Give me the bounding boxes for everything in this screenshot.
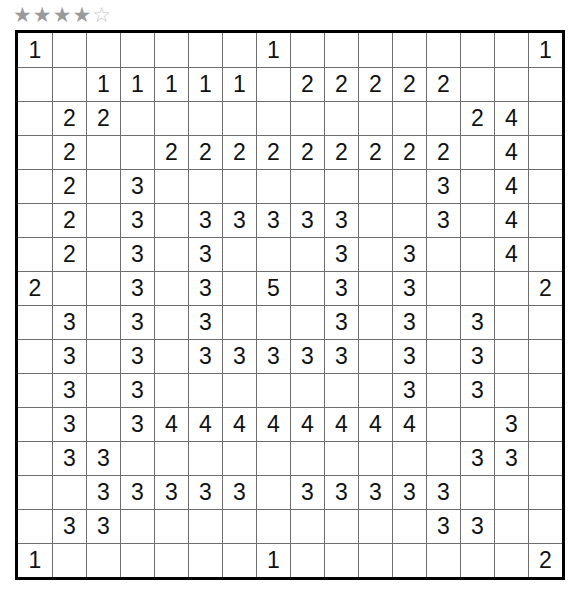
cell-r7c7[interactable]: [222, 237, 256, 271]
cell-r14c10[interactable]: 3: [324, 475, 358, 509]
cell-r6c15[interactable]: 4: [494, 203, 528, 237]
cell-r4c5[interactable]: 2: [154, 135, 188, 169]
cell-r9c15[interactable]: [494, 305, 528, 339]
cell-r16c2[interactable]: [52, 543, 86, 577]
cell-r10c12[interactable]: 3: [392, 339, 426, 373]
cell-r11c1[interactable]: [18, 373, 52, 407]
cell-r1c6[interactable]: [188, 33, 222, 67]
cell-r3c11[interactable]: [358, 101, 392, 135]
cell-r10c10[interactable]: 3: [324, 339, 358, 373]
cell-r3c1[interactable]: [18, 101, 52, 135]
cell-r16c9[interactable]: [290, 543, 324, 577]
cell-r6c5[interactable]: [154, 203, 188, 237]
cell-r9c2[interactable]: 3: [52, 305, 86, 339]
cell-r15c11[interactable]: [358, 509, 392, 543]
cell-r10c4[interactable]: 3: [120, 339, 154, 373]
cell-r1c9[interactable]: [290, 33, 324, 67]
cell-r15c1[interactable]: [18, 509, 52, 543]
cell-r6c4[interactable]: 3: [120, 203, 154, 237]
cell-r10c5[interactable]: [154, 339, 188, 373]
cell-r5c7[interactable]: [222, 169, 256, 203]
cell-r13c6[interactable]: [188, 441, 222, 475]
cell-r5c2[interactable]: 2: [52, 169, 86, 203]
cell-r4c11[interactable]: 2: [358, 135, 392, 169]
cell-r10c11[interactable]: [358, 339, 392, 373]
cell-r14c6[interactable]: 3: [188, 475, 222, 509]
puzzle-grid: 1111111122222222422222222224233423333333…: [15, 30, 565, 580]
cell-r8c13[interactable]: [426, 271, 460, 305]
cell-r15c15[interactable]: [494, 509, 528, 543]
cell-r9c12[interactable]: 3: [392, 305, 426, 339]
cell-r7c4[interactable]: 3: [120, 237, 154, 271]
cell-r6c1[interactable]: [18, 203, 52, 237]
cell-r12c16[interactable]: [528, 407, 562, 441]
cell-r10c2[interactable]: 3: [52, 339, 86, 373]
cell-r10c7[interactable]: 3: [222, 339, 256, 373]
cell-r7c3[interactable]: [86, 237, 120, 271]
cell-r15c8[interactable]: [256, 509, 290, 543]
cell-r11c2[interactable]: 3: [52, 373, 86, 407]
cell-r2c11[interactable]: 2: [358, 67, 392, 101]
cell-r5c11[interactable]: [358, 169, 392, 203]
cell-r15c9[interactable]: [290, 509, 324, 543]
cell-r12c7[interactable]: 4: [222, 407, 256, 441]
cell-r9c8[interactable]: [256, 305, 290, 339]
cell-r14c9[interactable]: 3: [290, 475, 324, 509]
cell-r13c2[interactable]: 3: [52, 441, 86, 475]
cell-r11c16[interactable]: [528, 373, 562, 407]
cell-r5c6[interactable]: [188, 169, 222, 203]
cell-r2c16[interactable]: [528, 67, 562, 101]
cell-r13c10[interactable]: [324, 441, 358, 475]
cell-r11c6[interactable]: [188, 373, 222, 407]
cell-r1c11[interactable]: [358, 33, 392, 67]
cell-r4c15[interactable]: 4: [494, 135, 528, 169]
cell-r3c6[interactable]: [188, 101, 222, 135]
cell-r11c11[interactable]: [358, 373, 392, 407]
cell-r8c7[interactable]: [222, 271, 256, 305]
cell-r6c16[interactable]: [528, 203, 562, 237]
cell-r7c15[interactable]: 4: [494, 237, 528, 271]
cell-r11c8[interactable]: [256, 373, 290, 407]
cell-r3c10[interactable]: [324, 101, 358, 135]
cell-r1c10[interactable]: [324, 33, 358, 67]
cell-r6c8[interactable]: 3: [256, 203, 290, 237]
cell-r5c4[interactable]: 3: [120, 169, 154, 203]
cell-r9c9[interactable]: [290, 305, 324, 339]
cell-r10c16[interactable]: [528, 339, 562, 373]
cell-r16c14[interactable]: [460, 543, 494, 577]
cell-r6c7[interactable]: 3: [222, 203, 256, 237]
cell-r13c13[interactable]: [426, 441, 460, 475]
cell-r11c7[interactable]: [222, 373, 256, 407]
cell-r8c9[interactable]: [290, 271, 324, 305]
cell-r3c7[interactable]: [222, 101, 256, 135]
cell-r14c14[interactable]: [460, 475, 494, 509]
cell-r5c8[interactable]: [256, 169, 290, 203]
cell-r14c1[interactable]: [18, 475, 52, 509]
cell-r4c9[interactable]: 2: [290, 135, 324, 169]
cell-r9c11[interactable]: [358, 305, 392, 339]
cell-r12c3[interactable]: [86, 407, 120, 441]
cell-r10c13[interactable]: [426, 339, 460, 373]
cell-r5c5[interactable]: [154, 169, 188, 203]
cell-r11c15[interactable]: [494, 373, 528, 407]
cell-r4c2[interactable]: 2: [52, 135, 86, 169]
cell-r2c1[interactable]: [18, 67, 52, 101]
cell-r10c6[interactable]: 3: [188, 339, 222, 373]
cell-r2c5[interactable]: 1: [154, 67, 188, 101]
cell-r7c11[interactable]: [358, 237, 392, 271]
cell-r3c2[interactable]: 2: [52, 101, 86, 135]
cell-r13c16[interactable]: [528, 441, 562, 475]
cell-r1c5[interactable]: [154, 33, 188, 67]
cell-r5c14[interactable]: [460, 169, 494, 203]
cell-r14c3[interactable]: 3: [86, 475, 120, 509]
cell-r2c12[interactable]: 2: [392, 67, 426, 101]
cell-r6c9[interactable]: 3: [290, 203, 324, 237]
cell-r13c14[interactable]: 3: [460, 441, 494, 475]
cell-r7c10[interactable]: 3: [324, 237, 358, 271]
cell-r9c16[interactable]: [528, 305, 562, 339]
cell-r8c15[interactable]: [494, 271, 528, 305]
cell-r7c2[interactable]: 2: [52, 237, 86, 271]
cell-r6c3[interactable]: [86, 203, 120, 237]
cell-r10c15[interactable]: [494, 339, 528, 373]
cell-r15c5[interactable]: [154, 509, 188, 543]
cell-r3c9[interactable]: [290, 101, 324, 135]
cell-r12c15[interactable]: 3: [494, 407, 528, 441]
cell-r8c2[interactable]: [52, 271, 86, 305]
cell-r9c6[interactable]: 3: [188, 305, 222, 339]
cell-r2c10[interactable]: 2: [324, 67, 358, 101]
cell-r5c12[interactable]: [392, 169, 426, 203]
cell-r11c9[interactable]: [290, 373, 324, 407]
cell-r14c8[interactable]: [256, 475, 290, 509]
cell-r16c3[interactable]: [86, 543, 120, 577]
cell-r8c10[interactable]: 3: [324, 271, 358, 305]
cell-r1c2[interactable]: [52, 33, 86, 67]
cell-r10c14[interactable]: 3: [460, 339, 494, 373]
star-icon-1: ★: [13, 4, 33, 25]
cell-r11c12[interactable]: 3: [392, 373, 426, 407]
cell-r3c12[interactable]: [392, 101, 426, 135]
cell-r12c6[interactable]: 4: [188, 407, 222, 441]
cell-r5c3[interactable]: [86, 169, 120, 203]
cell-r12c1[interactable]: [18, 407, 52, 441]
cell-r8c16[interactable]: 2: [528, 271, 562, 305]
cell-r5c9[interactable]: [290, 169, 324, 203]
cell-r4c14[interactable]: [460, 135, 494, 169]
cell-r4c1[interactable]: [18, 135, 52, 169]
cell-r11c5[interactable]: [154, 373, 188, 407]
cell-r1c1[interactable]: 1: [18, 33, 52, 67]
cell-r7c5[interactable]: [154, 237, 188, 271]
cell-r1c15[interactable]: [494, 33, 528, 67]
cell-r8c5[interactable]: [154, 271, 188, 305]
star-icon-4: ★: [72, 4, 92, 25]
cell-r13c8[interactable]: [256, 441, 290, 475]
cell-r9c4[interactable]: 3: [120, 305, 154, 339]
cell-r2c7[interactable]: 1: [222, 67, 256, 101]
cell-r9c1[interactable]: [18, 305, 52, 339]
cell-r10c8[interactable]: 3: [256, 339, 290, 373]
cell-r9c14[interactable]: 3: [460, 305, 494, 339]
cell-r7c14[interactable]: [460, 237, 494, 271]
cell-r13c9[interactable]: [290, 441, 324, 475]
cell-r10c9[interactable]: 3: [290, 339, 324, 373]
cell-r2c8[interactable]: [256, 67, 290, 101]
star-icon-2: ★: [33, 4, 53, 25]
cell-r8c6[interactable]: 3: [188, 271, 222, 305]
cell-r16c15[interactable]: [494, 543, 528, 577]
cell-r12c12[interactable]: 4: [392, 407, 426, 441]
cell-r2c2[interactable]: [52, 67, 86, 101]
cell-r3c14[interactable]: 2: [460, 101, 494, 135]
cell-r13c1[interactable]: [18, 441, 52, 475]
star-icon-3: ★: [53, 4, 73, 25]
cell-r16c11[interactable]: [358, 543, 392, 577]
cell-r16c1[interactable]: 1: [18, 543, 52, 577]
cell-r4c16[interactable]: [528, 135, 562, 169]
cell-r9c3[interactable]: [86, 305, 120, 339]
cell-r2c3[interactable]: 1: [86, 67, 120, 101]
cell-r16c4[interactable]: [120, 543, 154, 577]
cell-r16c7[interactable]: [222, 543, 256, 577]
cell-r16c12[interactable]: [392, 543, 426, 577]
cell-r15c13[interactable]: 3: [426, 509, 460, 543]
cell-r6c6[interactable]: 3: [188, 203, 222, 237]
cell-r8c12[interactable]: 3: [392, 271, 426, 305]
cell-r14c12[interactable]: 3: [392, 475, 426, 509]
cell-r2c9[interactable]: 2: [290, 67, 324, 101]
cell-r16c6[interactable]: [188, 543, 222, 577]
cell-r16c8[interactable]: 1: [256, 543, 290, 577]
cell-r14c2[interactable]: [52, 475, 86, 509]
cell-r4c8[interactable]: 2: [256, 135, 290, 169]
cell-r9c7[interactable]: [222, 305, 256, 339]
cell-r8c11[interactable]: [358, 271, 392, 305]
cell-r5c15[interactable]: 4: [494, 169, 528, 203]
cell-r7c9[interactable]: [290, 237, 324, 271]
cell-r12c13[interactable]: [426, 407, 460, 441]
cell-r9c10[interactable]: 3: [324, 305, 358, 339]
cell-r6c14[interactable]: [460, 203, 494, 237]
cell-r1c7[interactable]: [222, 33, 256, 67]
cell-r14c15[interactable]: [494, 475, 528, 509]
cell-r16c13[interactable]: [426, 543, 460, 577]
cell-r14c11[interactable]: 3: [358, 475, 392, 509]
cell-r12c5[interactable]: 4: [154, 407, 188, 441]
cell-r7c16[interactable]: [528, 237, 562, 271]
cell-r5c16[interactable]: [528, 169, 562, 203]
cell-r3c15[interactable]: 4: [494, 101, 528, 135]
cell-r3c5[interactable]: [154, 101, 188, 135]
cell-r4c12[interactable]: 2: [392, 135, 426, 169]
cell-r14c4[interactable]: 3: [120, 475, 154, 509]
cell-r7c12[interactable]: 3: [392, 237, 426, 271]
cell-r7c1[interactable]: [18, 237, 52, 271]
cell-r10c3[interactable]: [86, 339, 120, 373]
cell-r1c12[interactable]: [392, 33, 426, 67]
cell-r12c2[interactable]: 3: [52, 407, 86, 441]
cell-r8c3[interactable]: [86, 271, 120, 305]
cell-r11c14[interactable]: 3: [460, 373, 494, 407]
cell-r3c16[interactable]: [528, 101, 562, 135]
cell-r15c16[interactable]: [528, 509, 562, 543]
cell-r2c6[interactable]: 1: [188, 67, 222, 101]
cell-r4c7[interactable]: 2: [222, 135, 256, 169]
cell-r12c8[interactable]: 4: [256, 407, 290, 441]
cell-r3c13[interactable]: [426, 101, 460, 135]
cell-r12c10[interactable]: 4: [324, 407, 358, 441]
cell-r5c13[interactable]: 3: [426, 169, 460, 203]
cell-r5c1[interactable]: [18, 169, 52, 203]
cell-r4c10[interactable]: 2: [324, 135, 358, 169]
cell-r9c5[interactable]: [154, 305, 188, 339]
cell-r14c16[interactable]: [528, 475, 562, 509]
difficulty-stars: ★★★★☆: [13, 1, 112, 27]
cell-r13c7[interactable]: [222, 441, 256, 475]
cell-r6c10[interactable]: 3: [324, 203, 358, 237]
cell-r13c3[interactable]: 3: [86, 441, 120, 475]
cell-r2c13[interactable]: 2: [426, 67, 460, 101]
cell-r13c5[interactable]: [154, 441, 188, 475]
cell-r6c13[interactable]: 3: [426, 203, 460, 237]
cell-r1c13[interactable]: [426, 33, 460, 67]
cell-r16c16[interactable]: 2: [528, 543, 562, 577]
cell-r12c14[interactable]: [460, 407, 494, 441]
cell-r11c13[interactable]: [426, 373, 460, 407]
cell-r1c3[interactable]: [86, 33, 120, 67]
star-icon-5: ☆: [92, 4, 112, 25]
cell-r13c11[interactable]: [358, 441, 392, 475]
cell-r1c14[interactable]: [460, 33, 494, 67]
puzzle-page: ★★★★☆ 1111111122222222422222222224233423…: [0, 0, 577, 595]
cell-r7c13[interactable]: [426, 237, 460, 271]
cell-r15c2[interactable]: 3: [52, 509, 86, 543]
cell-r11c4[interactable]: 3: [120, 373, 154, 407]
cell-r2c14[interactable]: [460, 67, 494, 101]
cell-r15c14[interactable]: 3: [460, 509, 494, 543]
cell-r1c8[interactable]: 1: [256, 33, 290, 67]
cell-r6c12[interactable]: [392, 203, 426, 237]
cell-r14c13[interactable]: 3: [426, 475, 460, 509]
cell-r4c4[interactable]: [120, 135, 154, 169]
cell-r4c6[interactable]: 2: [188, 135, 222, 169]
cell-r12c4[interactable]: 3: [120, 407, 154, 441]
cell-r13c4[interactable]: [120, 441, 154, 475]
cell-r3c3[interactable]: 2: [86, 101, 120, 135]
cell-r8c14[interactable]: [460, 271, 494, 305]
cell-r15c3[interactable]: 3: [86, 509, 120, 543]
cell-r16c5[interactable]: [154, 543, 188, 577]
cell-r11c3[interactable]: [86, 373, 120, 407]
cell-r1c16[interactable]: 1: [528, 33, 562, 67]
cell-r15c12[interactable]: [392, 509, 426, 543]
cell-r8c1[interactable]: 2: [18, 271, 52, 305]
cell-r7c6[interactable]: 3: [188, 237, 222, 271]
cell-r3c8[interactable]: [256, 101, 290, 135]
cell-r4c13[interactable]: 2: [426, 135, 460, 169]
cell-r14c7[interactable]: 3: [222, 475, 256, 509]
cell-r3c4[interactable]: [120, 101, 154, 135]
cell-r10c1[interactable]: [18, 339, 52, 373]
cell-r15c4[interactable]: [120, 509, 154, 543]
cell-r16c10[interactable]: [324, 543, 358, 577]
cell-r6c2[interactable]: 2: [52, 203, 86, 237]
cell-r8c8[interactable]: 5: [256, 271, 290, 305]
cell-r9c13[interactable]: [426, 305, 460, 339]
cell-r13c12[interactable]: [392, 441, 426, 475]
cell-r15c6[interactable]: [188, 509, 222, 543]
cell-r12c11[interactable]: 4: [358, 407, 392, 441]
cell-r15c10[interactable]: [324, 509, 358, 543]
cell-r1c4[interactable]: [120, 33, 154, 67]
cell-r15c7[interactable]: [222, 509, 256, 543]
cell-r2c4[interactable]: 1: [120, 67, 154, 101]
cell-r11c10[interactable]: [324, 373, 358, 407]
cell-r5c10[interactable]: [324, 169, 358, 203]
cell-r2c15[interactable]: [494, 67, 528, 101]
cell-r14c5[interactable]: 3: [154, 475, 188, 509]
cell-r13c15[interactable]: 3: [494, 441, 528, 475]
cell-r6c11[interactable]: [358, 203, 392, 237]
cell-r12c9[interactable]: 4: [290, 407, 324, 441]
cell-r8c4[interactable]: 3: [120, 271, 154, 305]
cell-r4c3[interactable]: [86, 135, 120, 169]
cell-r7c8[interactable]: [256, 237, 290, 271]
